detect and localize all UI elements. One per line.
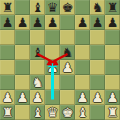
square-b3[interactable] <box>15 75 30 90</box>
square-c2[interactable]: ♟ <box>30 90 45 105</box>
square-d5[interactable] <box>45 45 60 60</box>
square-b5[interactable] <box>15 45 30 60</box>
square-a3[interactable] <box>0 75 15 90</box>
square-g6[interactable] <box>90 30 105 45</box>
square-c6[interactable] <box>30 30 45 45</box>
piece-black-rook[interactable]: ♜ <box>107 0 119 15</box>
square-e5[interactable]: ♞ <box>60 45 75 60</box>
piece-black-pawn[interactable]: ♟ <box>47 15 59 30</box>
square-a4[interactable] <box>0 60 15 75</box>
square-b7[interactable]: ♟ <box>15 15 30 30</box>
piece-black-knight[interactable]: ♞ <box>92 0 104 15</box>
square-e1[interactable]: ♚ <box>60 105 75 120</box>
piece-black-pawn[interactable]: ♟ <box>107 15 119 30</box>
square-d3[interactable] <box>45 75 60 90</box>
piece-white-pawn[interactable]: ♟ <box>62 60 74 75</box>
piece-black-bishop[interactable]: ♝ <box>32 0 44 15</box>
piece-black-pawn[interactable]: ♟ <box>17 15 29 30</box>
piece-white-pawn[interactable]: ♟ <box>107 90 119 105</box>
piece-white-pawn[interactable]: ♟ <box>32 90 44 105</box>
piece-white-king[interactable]: ♚ <box>62 105 74 120</box>
square-h3[interactable] <box>105 75 120 90</box>
square-f1[interactable]: ♝ <box>75 105 90 120</box>
piece-white-bishop[interactable]: ♝ <box>77 105 89 120</box>
square-a6[interactable] <box>0 30 15 45</box>
square-e3[interactable] <box>60 75 75 90</box>
square-d4[interactable]: ♟ <box>45 60 60 75</box>
square-f8[interactable] <box>75 0 90 15</box>
piece-white-pawn[interactable]: ♟ <box>77 90 89 105</box>
piece-black-pawn[interactable]: ♟ <box>92 15 104 30</box>
piece-white-pawn[interactable]: ♟ <box>2 90 14 105</box>
square-f6[interactable] <box>75 30 90 45</box>
piece-white-rook[interactable]: ♜ <box>107 105 119 120</box>
square-a8[interactable]: ♜ <box>0 0 15 15</box>
chess-board-container: ♜♝♛♚♞♜♟♟♟♟♟♟♟♝♞♟♟♞♟♟♟♟♟♟♜♝♛♚♝♜ <box>0 0 120 120</box>
square-a5[interactable] <box>0 45 15 60</box>
piece-black-king[interactable]: ♚ <box>62 0 74 15</box>
square-d8[interactable]: ♛ <box>45 0 60 15</box>
piece-white-queen[interactable]: ♛ <box>47 105 59 120</box>
square-d2[interactable] <box>45 90 60 105</box>
square-b1[interactable] <box>15 105 30 120</box>
square-h2[interactable]: ♟ <box>105 90 120 105</box>
piece-black-rook[interactable]: ♜ <box>2 0 14 15</box>
piece-black-bishop[interactable]: ♝ <box>32 45 44 60</box>
square-e4[interactable]: ♟ <box>60 60 75 75</box>
square-d7[interactable]: ♟ <box>45 15 60 30</box>
square-g5[interactable] <box>90 45 105 60</box>
square-c1[interactable]: ♝ <box>30 105 45 120</box>
square-c8[interactable]: ♝ <box>30 0 45 15</box>
square-b6[interactable] <box>15 30 30 45</box>
square-h5[interactable] <box>105 45 120 60</box>
square-b4[interactable] <box>15 60 30 75</box>
square-f5[interactable] <box>75 45 90 60</box>
square-g1[interactable] <box>90 105 105 120</box>
square-g2[interactable]: ♟ <box>90 90 105 105</box>
piece-black-queen[interactable]: ♛ <box>47 0 59 15</box>
square-g8[interactable]: ♞ <box>90 0 105 15</box>
square-d1[interactable]: ♛ <box>45 105 60 120</box>
square-c7[interactable]: ♟ <box>30 15 45 30</box>
square-h1[interactable]: ♜ <box>105 105 120 120</box>
piece-black-pawn[interactable]: ♟ <box>2 15 14 30</box>
square-c4[interactable] <box>30 60 45 75</box>
chess-board: ♜♝♛♚♞♜♟♟♟♟♟♟♟♝♞♟♟♞♟♟♟♟♟♟♜♝♛♚♝♜ <box>0 0 120 120</box>
square-f4[interactable] <box>75 60 90 75</box>
piece-white-pawn[interactable]: ♟ <box>47 60 59 75</box>
piece-white-pawn[interactable]: ♟ <box>17 90 29 105</box>
square-f3[interactable] <box>75 75 90 90</box>
piece-black-knight[interactable]: ♞ <box>62 45 74 60</box>
square-e2[interactable] <box>60 90 75 105</box>
square-h6[interactable] <box>105 30 120 45</box>
square-g7[interactable]: ♟ <box>90 15 105 30</box>
square-f2[interactable]: ♟ <box>75 90 90 105</box>
piece-black-pawn[interactable]: ♟ <box>32 15 44 30</box>
square-e8[interactable]: ♚ <box>60 0 75 15</box>
square-a7[interactable]: ♟ <box>0 15 15 30</box>
piece-white-pawn[interactable]: ♟ <box>92 90 104 105</box>
square-d6[interactable] <box>45 30 60 45</box>
square-b8[interactable] <box>15 0 30 15</box>
square-g4[interactable] <box>90 60 105 75</box>
square-g3[interactable] <box>90 75 105 90</box>
square-h7[interactable]: ♟ <box>105 15 120 30</box>
square-b2[interactable]: ♟ <box>15 90 30 105</box>
square-c3[interactable]: ♞ <box>30 75 45 90</box>
square-c5[interactable]: ♝ <box>30 45 45 60</box>
square-a1[interactable]: ♜ <box>0 105 15 120</box>
square-a2[interactable]: ♟ <box>0 90 15 105</box>
square-h4[interactable] <box>105 60 120 75</box>
square-e7[interactable] <box>60 15 75 30</box>
piece-white-rook[interactable]: ♜ <box>2 105 14 120</box>
square-f7[interactable]: ♟ <box>75 15 90 30</box>
square-h8[interactable]: ♜ <box>105 0 120 15</box>
piece-black-pawn[interactable]: ♟ <box>77 15 89 30</box>
piece-white-knight[interactable]: ♞ <box>32 75 44 90</box>
piece-white-bishop[interactable]: ♝ <box>32 105 44 120</box>
square-e6[interactable] <box>60 30 75 45</box>
